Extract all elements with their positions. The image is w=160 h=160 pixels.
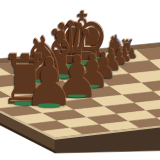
chess-set-photo: ♜♞♝♛♚♝♞♜♟♟♟♟♟♟♟♟ [0, 0, 160, 160]
felt-base [38, 103, 60, 107]
